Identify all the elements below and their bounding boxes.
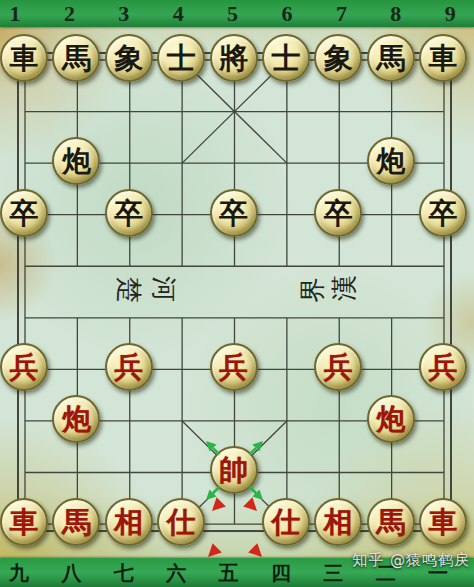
- file-label-bottom-2: 八: [61, 560, 81, 587]
- piece-glyph: 馬: [369, 500, 413, 544]
- file-label-bottom-1: 九: [9, 560, 29, 587]
- piece-red-soldier[interactable]: 兵: [314, 343, 362, 391]
- piece-black-chariot[interactable]: 車: [0, 34, 48, 82]
- piece-red-advisor[interactable]: 仕: [262, 498, 310, 546]
- piece-red-elephant[interactable]: 相: [105, 498, 153, 546]
- hint-red-arrow-down-left: [212, 497, 226, 511]
- file-label-top-1: 1: [10, 1, 21, 27]
- file-label-bottom-3: 七: [114, 560, 134, 587]
- file-label-top-4: 4: [173, 1, 184, 27]
- piece-glyph: 將: [212, 36, 256, 80]
- piece-glyph: 炮: [369, 397, 413, 441]
- piece-black-soldier[interactable]: 卒: [419, 189, 467, 237]
- file-label-top-2: 2: [64, 1, 75, 27]
- piece-glyph: 車: [2, 500, 46, 544]
- piece-red-advisor[interactable]: 仕: [157, 498, 205, 546]
- file-label-bottom-6: 四: [271, 560, 291, 587]
- piece-glyph: 馬: [369, 36, 413, 80]
- piece-glyph: 馬: [54, 36, 98, 80]
- piece-glyph: 卒: [2, 191, 46, 235]
- file-label-top-3: 3: [118, 1, 129, 27]
- file-label-bottom-5: 五: [219, 560, 239, 587]
- file-label-bottom-4: 六: [166, 560, 186, 587]
- piece-black-chariot[interactable]: 車: [419, 34, 467, 82]
- xiangqi-board-screen: 123456789 九八七六五四三二一 楚河界漢 車馬象士將士象馬車炮炮卒卒卒卒…: [0, 0, 474, 587]
- piece-black-horse[interactable]: 馬: [367, 34, 415, 82]
- piece-black-general[interactable]: 將: [210, 34, 258, 82]
- piece-glyph: 馬: [54, 500, 98, 544]
- piece-red-general-selected[interactable]: 帥: [210, 446, 258, 494]
- piece-glyph: 卒: [421, 191, 465, 235]
- piece-glyph: 仕: [159, 500, 203, 544]
- hint-red-arrow-down-right: [243, 497, 257, 511]
- piece-black-advisor[interactable]: 士: [262, 34, 310, 82]
- file-label-bottom-7: 三: [323, 560, 343, 587]
- piece-glyph: 卒: [107, 191, 151, 235]
- watermark: 知乎 @猿鸣鹤戾: [352, 551, 470, 570]
- piece-glyph: 兵: [2, 345, 46, 389]
- piece-red-elephant[interactable]: 相: [314, 498, 362, 546]
- file-label-top-8: 8: [390, 1, 401, 27]
- file-label-top-6: 6: [282, 1, 293, 27]
- piece-red-cannon[interactable]: 炮: [367, 395, 415, 443]
- piece-glyph: 炮: [369, 139, 413, 183]
- piece-red-chariot[interactable]: 車: [419, 498, 467, 546]
- river-char-漢: 漢: [327, 275, 362, 301]
- river-char-楚: 楚: [111, 277, 146, 303]
- piece-black-cannon[interactable]: 炮: [367, 137, 415, 185]
- piece-black-soldier[interactable]: 卒: [210, 189, 258, 237]
- piece-glyph: 炮: [54, 139, 98, 183]
- piece-red-soldier[interactable]: 兵: [0, 343, 48, 391]
- piece-glyph: 卒: [316, 191, 360, 235]
- piece-red-horse[interactable]: 馬: [52, 498, 100, 546]
- piece-glyph: 車: [2, 36, 46, 80]
- hint-red-arrow-down-left: [208, 543, 222, 557]
- piece-glyph: 炮: [54, 397, 98, 441]
- piece-black-advisor[interactable]: 士: [157, 34, 205, 82]
- file-label-top-7: 7: [336, 1, 347, 27]
- piece-glyph: 象: [316, 36, 360, 80]
- piece-black-soldier[interactable]: 卒: [314, 189, 362, 237]
- piece-glyph: 帥: [212, 448, 256, 492]
- piece-red-chariot[interactable]: 車: [0, 498, 48, 546]
- piece-glyph: 相: [316, 500, 360, 544]
- piece-red-soldier[interactable]: 兵: [419, 343, 467, 391]
- piece-glyph: 兵: [107, 345, 151, 389]
- piece-black-elephant[interactable]: 象: [105, 34, 153, 82]
- piece-black-soldier[interactable]: 卒: [105, 189, 153, 237]
- piece-glyph: 兵: [316, 345, 360, 389]
- piece-black-soldier[interactable]: 卒: [0, 189, 48, 237]
- piece-glyph: 士: [159, 36, 203, 80]
- piece-black-elephant[interactable]: 象: [314, 34, 362, 82]
- file-label-top-9: 9: [445, 1, 456, 27]
- river-char-界: 界: [295, 277, 330, 303]
- piece-red-cannon[interactable]: 炮: [52, 395, 100, 443]
- piece-glyph: 仕: [264, 500, 308, 544]
- piece-glyph: 兵: [421, 345, 465, 389]
- piece-glyph: 兵: [212, 345, 256, 389]
- piece-red-soldier[interactable]: 兵: [210, 343, 258, 391]
- piece-glyph: 象: [107, 36, 151, 80]
- piece-red-horse[interactable]: 馬: [367, 498, 415, 546]
- piece-black-cannon[interactable]: 炮: [52, 137, 100, 185]
- hint-red-arrow-down-right: [248, 543, 262, 557]
- piece-black-horse[interactable]: 馬: [52, 34, 100, 82]
- file-label-top-5: 5: [227, 1, 238, 27]
- piece-glyph: 車: [421, 36, 465, 80]
- river-char-河: 河: [146, 276, 181, 302]
- piece-glyph: 卒: [212, 191, 256, 235]
- piece-red-soldier[interactable]: 兵: [105, 343, 153, 391]
- piece-glyph: 相: [107, 500, 151, 544]
- piece-glyph: 車: [421, 500, 465, 544]
- piece-glyph: 士: [264, 36, 308, 80]
- top-coordinate-strip: 123456789: [0, 0, 474, 27]
